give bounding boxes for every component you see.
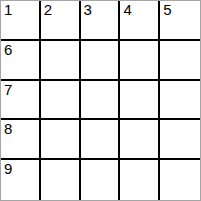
grid-cell[interactable] <box>120 81 160 121</box>
grid-cell[interactable] <box>120 41 160 81</box>
grid-cell[interactable]: 3 <box>81 1 121 41</box>
grid-cell[interactable] <box>41 81 81 121</box>
grid-cell[interactable] <box>160 160 200 200</box>
clue-number: 5 <box>163 1 171 18</box>
clue-number: 4 <box>123 1 131 18</box>
grid-cell[interactable] <box>41 41 81 81</box>
grid-cell[interactable] <box>81 120 121 160</box>
clue-number: 7 <box>4 81 12 98</box>
grid-cell[interactable] <box>120 120 160 160</box>
grid-cell[interactable] <box>81 81 121 121</box>
grid-cell[interactable]: 9 <box>1 160 41 200</box>
grid-cell[interactable]: 6 <box>1 41 41 81</box>
grid-cell[interactable] <box>41 120 81 160</box>
clue-number: 2 <box>44 1 52 18</box>
grid-cell[interactable]: 8 <box>1 120 41 160</box>
grid-cell[interactable] <box>160 81 200 121</box>
grid-cell[interactable] <box>41 160 81 200</box>
grid-cell[interactable]: 2 <box>41 1 81 41</box>
clue-number: 6 <box>4 41 12 58</box>
grid-cell[interactable] <box>81 160 121 200</box>
grid-cell[interactable]: 4 <box>120 1 160 41</box>
clue-number: 8 <box>4 120 12 137</box>
grid-cell[interactable] <box>120 160 160 200</box>
crossword-board: 123456789 <box>0 0 201 201</box>
grid-cell[interactable]: 5 <box>160 1 200 41</box>
grid-cell[interactable]: 7 <box>1 81 41 121</box>
grid-cell[interactable] <box>160 120 200 160</box>
grid-cell[interactable] <box>160 41 200 81</box>
clue-number: 1 <box>4 1 12 18</box>
grid-cell[interactable] <box>81 41 121 81</box>
clue-number: 3 <box>84 1 92 18</box>
clue-number: 9 <box>4 160 12 177</box>
grid-cell[interactable]: 1 <box>1 1 41 41</box>
